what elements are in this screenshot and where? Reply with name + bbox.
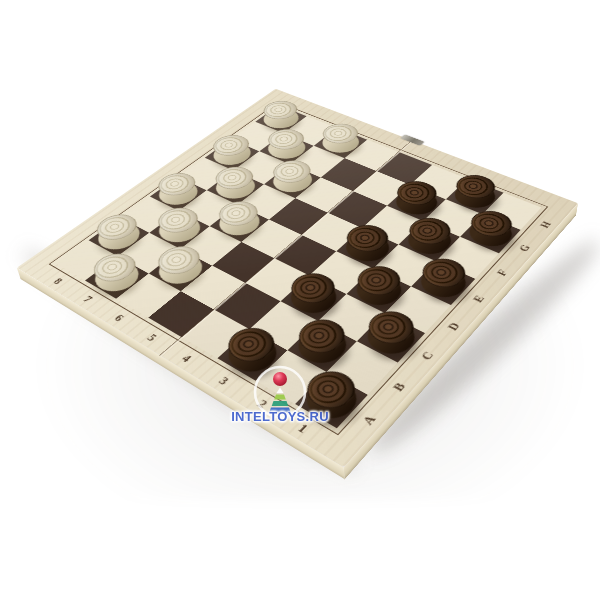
dark-piece-e1 (414, 263, 473, 303)
product-photo: 12345678ABCDEFGH INTELTOYS.RU (0, 0, 600, 600)
